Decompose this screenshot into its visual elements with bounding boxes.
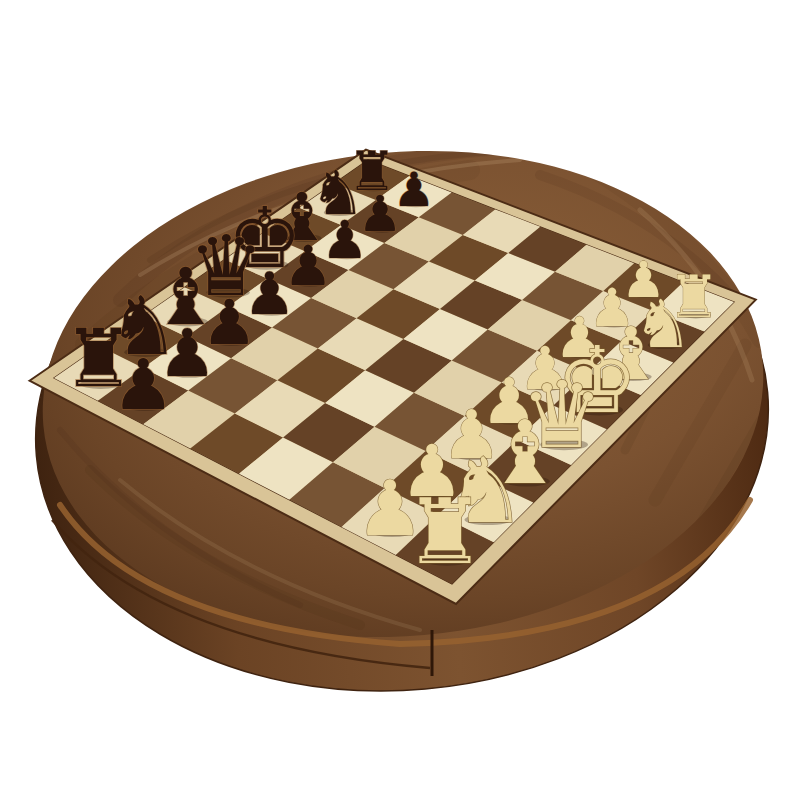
piece-white-rook-a1[interactable]: ♜ xyxy=(405,479,486,584)
chess-box-scene: ♜♟♞♟♝♟♚♟♛♟♟♜♝♟♟♞♞♟♟♝♜♟♟♚♟♛♟♝♟♞♟♜ xyxy=(0,0,800,800)
piece-black-pawn-a7[interactable]: ♟ xyxy=(112,344,175,426)
product-photo-stage: ♜♟♞♟♝♟♚♟♛♟♟♜♝♟♟♞♞♟♟♝♜♟♟♚♟♛♟♝♟♞♟♜ xyxy=(0,0,800,800)
